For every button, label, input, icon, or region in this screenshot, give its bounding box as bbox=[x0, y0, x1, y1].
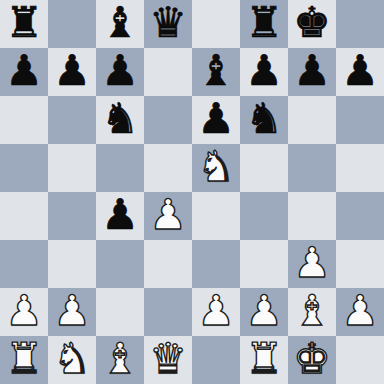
square-g3[interactable]: ♟ bbox=[288, 240, 336, 288]
square-h3[interactable] bbox=[336, 240, 384, 288]
white-pawn[interactable]: ♟ bbox=[245, 287, 283, 335]
square-b6[interactable] bbox=[48, 96, 96, 144]
square-h5[interactable] bbox=[336, 144, 384, 192]
square-g1[interactable]: ♚ bbox=[288, 336, 336, 384]
square-a3[interactable] bbox=[0, 240, 48, 288]
square-d8[interactable]: ♛ bbox=[144, 0, 192, 48]
white-pawn[interactable]: ♟ bbox=[197, 287, 235, 335]
square-h8[interactable] bbox=[336, 0, 384, 48]
white-pawn[interactable]: ♟ bbox=[341, 287, 379, 335]
square-e2[interactable]: ♟ bbox=[192, 288, 240, 336]
black-pawn[interactable]: ♟ bbox=[197, 95, 235, 143]
square-d6[interactable] bbox=[144, 96, 192, 144]
square-d2[interactable] bbox=[144, 288, 192, 336]
black-knight[interactable]: ♞ bbox=[245, 95, 283, 143]
square-h6[interactable] bbox=[336, 96, 384, 144]
square-a4[interactable] bbox=[0, 192, 48, 240]
square-b3[interactable] bbox=[48, 240, 96, 288]
square-h2[interactable]: ♟ bbox=[336, 288, 384, 336]
white-bishop[interactable]: ♝ bbox=[101, 335, 139, 383]
square-b4[interactable] bbox=[48, 192, 96, 240]
square-a7[interactable]: ♟ bbox=[0, 48, 48, 96]
square-c4[interactable]: ♟ bbox=[96, 192, 144, 240]
square-h7[interactable]: ♟ bbox=[336, 48, 384, 96]
square-e7[interactable]: ♝ bbox=[192, 48, 240, 96]
square-a5[interactable] bbox=[0, 144, 48, 192]
black-rook[interactable]: ♜ bbox=[5, 0, 43, 47]
square-f2[interactable]: ♟ bbox=[240, 288, 288, 336]
square-e4[interactable] bbox=[192, 192, 240, 240]
black-rook[interactable]: ♜ bbox=[245, 0, 283, 47]
black-pawn[interactable]: ♟ bbox=[293, 47, 331, 95]
white-king[interactable]: ♚ bbox=[293, 335, 331, 383]
square-d1[interactable]: ♛ bbox=[144, 336, 192, 384]
square-d7[interactable] bbox=[144, 48, 192, 96]
black-pawn[interactable]: ♟ bbox=[101, 191, 139, 239]
black-bishop[interactable]: ♝ bbox=[101, 0, 139, 47]
square-a1[interactable]: ♜ bbox=[0, 336, 48, 384]
square-f4[interactable] bbox=[240, 192, 288, 240]
square-c1[interactable]: ♝ bbox=[96, 336, 144, 384]
square-e1[interactable] bbox=[192, 336, 240, 384]
white-rook[interactable]: ♜ bbox=[5, 335, 43, 383]
square-b1[interactable]: ♞ bbox=[48, 336, 96, 384]
black-pawn[interactable]: ♟ bbox=[245, 47, 283, 95]
white-bishop[interactable]: ♝ bbox=[293, 287, 331, 335]
square-b5[interactable] bbox=[48, 144, 96, 192]
black-king[interactable]: ♚ bbox=[293, 0, 331, 47]
square-a2[interactable]: ♟ bbox=[0, 288, 48, 336]
square-c5[interactable] bbox=[96, 144, 144, 192]
black-pawn[interactable]: ♟ bbox=[341, 47, 379, 95]
white-rook[interactable]: ♜ bbox=[245, 335, 283, 383]
black-pawn[interactable]: ♟ bbox=[5, 47, 43, 95]
square-g8[interactable]: ♚ bbox=[288, 0, 336, 48]
white-queen[interactable]: ♛ bbox=[149, 335, 187, 383]
square-e8[interactable] bbox=[192, 0, 240, 48]
white-knight[interactable]: ♞ bbox=[197, 143, 235, 191]
square-a8[interactable]: ♜ bbox=[0, 0, 48, 48]
square-g2[interactable]: ♝ bbox=[288, 288, 336, 336]
square-g7[interactable]: ♟ bbox=[288, 48, 336, 96]
square-c3[interactable] bbox=[96, 240, 144, 288]
square-f8[interactable]: ♜ bbox=[240, 0, 288, 48]
white-pawn[interactable]: ♟ bbox=[5, 287, 43, 335]
black-pawn[interactable]: ♟ bbox=[53, 47, 91, 95]
square-e6[interactable]: ♟ bbox=[192, 96, 240, 144]
square-e5[interactable]: ♞ bbox=[192, 144, 240, 192]
square-c7[interactable]: ♟ bbox=[96, 48, 144, 96]
square-f6[interactable]: ♞ bbox=[240, 96, 288, 144]
square-g4[interactable] bbox=[288, 192, 336, 240]
black-pawn[interactable]: ♟ bbox=[101, 47, 139, 95]
square-e3[interactable] bbox=[192, 240, 240, 288]
white-pawn[interactable]: ♟ bbox=[53, 287, 91, 335]
square-f3[interactable] bbox=[240, 240, 288, 288]
square-c8[interactable]: ♝ bbox=[96, 0, 144, 48]
black-knight[interactable]: ♞ bbox=[101, 95, 139, 143]
square-b8[interactable] bbox=[48, 0, 96, 48]
square-c2[interactable] bbox=[96, 288, 144, 336]
square-c6[interactable]: ♞ bbox=[96, 96, 144, 144]
black-bishop[interactable]: ♝ bbox=[197, 47, 235, 95]
square-d4[interactable]: ♟ bbox=[144, 192, 192, 240]
white-pawn[interactable]: ♟ bbox=[293, 239, 331, 287]
black-queen[interactable]: ♛ bbox=[149, 0, 187, 47]
square-h1[interactable] bbox=[336, 336, 384, 384]
square-h4[interactable] bbox=[336, 192, 384, 240]
square-d3[interactable] bbox=[144, 240, 192, 288]
square-b2[interactable]: ♟ bbox=[48, 288, 96, 336]
square-f1[interactable]: ♜ bbox=[240, 336, 288, 384]
square-a6[interactable] bbox=[0, 96, 48, 144]
square-d5[interactable] bbox=[144, 144, 192, 192]
square-g5[interactable] bbox=[288, 144, 336, 192]
white-pawn[interactable]: ♟ bbox=[149, 191, 187, 239]
chess-board: ♜♝♛♜♚♟♟♟♝♟♟♟♞♟♞♞♟♟♟♟♟♟♟♝♟♜♞♝♛♜♚ bbox=[0, 0, 384, 384]
square-f5[interactable] bbox=[240, 144, 288, 192]
square-b7[interactable]: ♟ bbox=[48, 48, 96, 96]
square-f7[interactable]: ♟ bbox=[240, 48, 288, 96]
white-knight[interactable]: ♞ bbox=[53, 335, 91, 383]
square-g6[interactable] bbox=[288, 96, 336, 144]
